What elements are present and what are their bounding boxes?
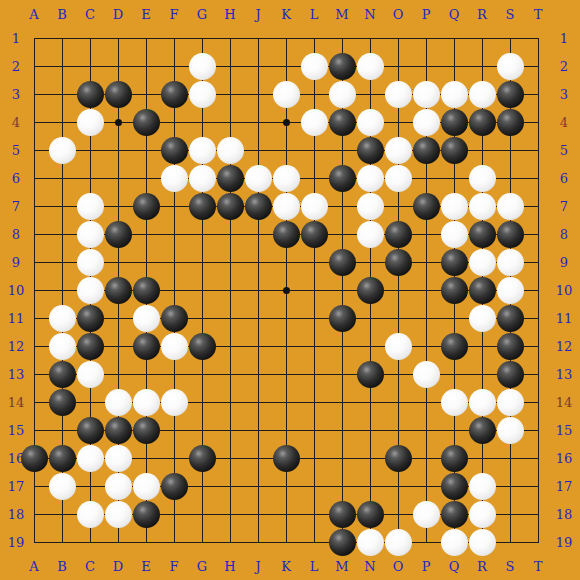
black-stone-O9 bbox=[385, 249, 412, 276]
black-stone-O16 bbox=[385, 445, 412, 472]
white-stone-P13 bbox=[413, 361, 440, 388]
white-stone-Q19 bbox=[441, 529, 468, 556]
black-stone-M2 bbox=[329, 53, 356, 80]
white-stone-C16 bbox=[77, 445, 104, 472]
row-label-right-8: 8 bbox=[560, 228, 568, 241]
star-point-D4 bbox=[115, 119, 122, 126]
black-stone-Q5 bbox=[441, 137, 468, 164]
black-stone-M18 bbox=[329, 501, 356, 528]
black-stone-C12 bbox=[77, 333, 104, 360]
black-stone-Q18 bbox=[441, 501, 468, 528]
column-label-top-Q: Q bbox=[449, 8, 460, 21]
column-label-top-D: D bbox=[113, 8, 123, 21]
black-stone-M9 bbox=[329, 249, 356, 276]
black-stone-M4 bbox=[329, 109, 356, 136]
white-stone-K6 bbox=[273, 165, 300, 192]
row-label-right-14: 14 bbox=[556, 396, 573, 409]
white-stone-Q7 bbox=[441, 193, 468, 220]
black-stone-H6 bbox=[217, 165, 244, 192]
white-stone-R9 bbox=[469, 249, 496, 276]
black-stone-R8 bbox=[469, 221, 496, 248]
white-stone-G5 bbox=[189, 137, 216, 164]
black-stone-Q10 bbox=[441, 277, 468, 304]
black-stone-N13 bbox=[357, 361, 384, 388]
column-label-bottom-G: G bbox=[197, 560, 207, 573]
black-stone-F11 bbox=[161, 305, 188, 332]
black-stone-D10 bbox=[105, 277, 132, 304]
row-label-left-12: 12 bbox=[8, 340, 25, 353]
row-label-left-19: 19 bbox=[8, 536, 25, 549]
black-stone-Q12 bbox=[441, 333, 468, 360]
black-stone-P5 bbox=[413, 137, 440, 164]
star-point-K4 bbox=[283, 119, 290, 126]
row-label-right-10: 10 bbox=[556, 284, 573, 297]
black-stone-Q4 bbox=[441, 109, 468, 136]
white-stone-O5 bbox=[385, 137, 412, 164]
white-stone-P3 bbox=[413, 81, 440, 108]
row-label-right-5: 5 bbox=[560, 144, 568, 157]
column-label-top-F: F bbox=[169, 8, 178, 21]
black-stone-C11 bbox=[77, 305, 104, 332]
white-stone-S2 bbox=[497, 53, 524, 80]
black-stone-H7 bbox=[217, 193, 244, 220]
black-stone-F17 bbox=[161, 473, 188, 500]
row-label-left-13: 13 bbox=[8, 368, 25, 381]
white-stone-O3 bbox=[385, 81, 412, 108]
row-label-right-16: 16 bbox=[556, 452, 573, 465]
black-stone-E4 bbox=[133, 109, 160, 136]
row-label-right-12: 12 bbox=[556, 340, 573, 353]
column-label-bottom-H: H bbox=[224, 560, 235, 573]
column-label-top-P: P bbox=[422, 8, 431, 21]
white-stone-C18 bbox=[77, 501, 104, 528]
white-stone-C9 bbox=[77, 249, 104, 276]
white-stone-R11 bbox=[469, 305, 496, 332]
white-stone-O6 bbox=[385, 165, 412, 192]
white-stone-O19 bbox=[385, 529, 412, 556]
white-stone-P18 bbox=[413, 501, 440, 528]
row-label-right-19: 19 bbox=[556, 536, 573, 549]
white-stone-N4 bbox=[357, 109, 384, 136]
black-stone-S4 bbox=[497, 109, 524, 136]
black-stone-S13 bbox=[497, 361, 524, 388]
black-stone-P7 bbox=[413, 193, 440, 220]
row-label-left-15: 15 bbox=[8, 424, 25, 437]
black-stone-Q9 bbox=[441, 249, 468, 276]
row-label-right-17: 17 bbox=[556, 480, 573, 493]
black-stone-O8 bbox=[385, 221, 412, 248]
row-label-left-2: 2 bbox=[12, 60, 20, 73]
white-stone-E17 bbox=[133, 473, 160, 500]
white-stone-N7 bbox=[357, 193, 384, 220]
black-stone-B13 bbox=[49, 361, 76, 388]
column-label-bottom-F: F bbox=[169, 560, 178, 573]
black-stone-E7 bbox=[133, 193, 160, 220]
column-label-top-L: L bbox=[310, 8, 319, 21]
black-stone-R15 bbox=[469, 417, 496, 444]
black-stone-B14 bbox=[49, 389, 76, 416]
white-stone-Q8 bbox=[441, 221, 468, 248]
white-stone-N2 bbox=[357, 53, 384, 80]
row-label-right-3: 3 bbox=[560, 88, 568, 101]
column-label-bottom-L: L bbox=[310, 560, 319, 573]
white-stone-R14 bbox=[469, 389, 496, 416]
black-stone-K16 bbox=[273, 445, 300, 472]
white-stone-F14 bbox=[161, 389, 188, 416]
column-label-top-T: T bbox=[534, 8, 543, 21]
black-stone-G7 bbox=[189, 193, 216, 220]
white-stone-B17 bbox=[49, 473, 76, 500]
row-label-right-11: 11 bbox=[556, 312, 573, 325]
row-label-left-6: 6 bbox=[12, 172, 20, 185]
white-stone-N8 bbox=[357, 221, 384, 248]
column-label-top-M: M bbox=[335, 8, 348, 21]
row-label-left-3: 3 bbox=[12, 88, 20, 101]
white-stone-G3 bbox=[189, 81, 216, 108]
white-stone-Q3 bbox=[441, 81, 468, 108]
white-stone-J6 bbox=[245, 165, 272, 192]
black-stone-S3 bbox=[497, 81, 524, 108]
row-label-left-7: 7 bbox=[12, 200, 20, 213]
black-stone-J7 bbox=[245, 193, 272, 220]
row-label-left-4: 4 bbox=[12, 116, 20, 129]
column-label-top-G: G bbox=[197, 8, 207, 21]
white-stone-D17 bbox=[105, 473, 132, 500]
black-stone-M6 bbox=[329, 165, 356, 192]
white-stone-Q14 bbox=[441, 389, 468, 416]
column-label-bottom-M: M bbox=[335, 560, 348, 573]
white-stone-R18 bbox=[469, 501, 496, 528]
row-label-left-8: 8 bbox=[12, 228, 20, 241]
column-label-bottom-E: E bbox=[141, 560, 151, 573]
row-label-right-9: 9 bbox=[560, 256, 568, 269]
row-label-right-2: 2 bbox=[560, 60, 568, 73]
white-stone-L2 bbox=[301, 53, 328, 80]
column-label-bottom-P: P bbox=[422, 560, 431, 573]
white-stone-L4 bbox=[301, 109, 328, 136]
white-stone-S15 bbox=[497, 417, 524, 444]
black-stone-E15 bbox=[133, 417, 160, 444]
black-stone-D15 bbox=[105, 417, 132, 444]
white-stone-R3 bbox=[469, 81, 496, 108]
row-label-right-15: 15 bbox=[556, 424, 573, 437]
black-stone-Q17 bbox=[441, 473, 468, 500]
column-label-top-S: S bbox=[506, 8, 515, 21]
black-stone-D8 bbox=[105, 221, 132, 248]
black-stone-R4 bbox=[469, 109, 496, 136]
row-label-left-18: 18 bbox=[8, 508, 25, 521]
row-label-left-10: 10 bbox=[8, 284, 25, 297]
row-label-left-14: 14 bbox=[8, 396, 25, 409]
black-stone-L8 bbox=[301, 221, 328, 248]
black-stone-C3 bbox=[77, 81, 104, 108]
black-stone-E10 bbox=[133, 277, 160, 304]
white-stone-C4 bbox=[77, 109, 104, 136]
row-label-right-7: 7 bbox=[560, 200, 568, 213]
black-stone-A16 bbox=[21, 445, 48, 472]
white-stone-B11 bbox=[49, 305, 76, 332]
white-stone-S10 bbox=[497, 277, 524, 304]
column-label-bottom-T: T bbox=[534, 560, 543, 573]
white-stone-K3 bbox=[273, 81, 300, 108]
column-label-top-E: E bbox=[141, 8, 151, 21]
white-stone-G6 bbox=[189, 165, 216, 192]
black-stone-S11 bbox=[497, 305, 524, 332]
white-stone-F6 bbox=[161, 165, 188, 192]
column-label-top-R: R bbox=[477, 8, 487, 21]
white-stone-D16 bbox=[105, 445, 132, 472]
white-stone-P4 bbox=[413, 109, 440, 136]
white-stone-F12 bbox=[161, 333, 188, 360]
row-label-right-13: 13 bbox=[556, 368, 573, 381]
white-stone-M3 bbox=[329, 81, 356, 108]
white-stone-G2 bbox=[189, 53, 216, 80]
white-stone-B5 bbox=[49, 137, 76, 164]
column-label-bottom-R: R bbox=[477, 560, 487, 573]
column-label-top-B: B bbox=[57, 8, 67, 21]
row-label-left-1: 1 bbox=[12, 32, 20, 45]
white-stone-L7 bbox=[301, 193, 328, 220]
white-stone-C7 bbox=[77, 193, 104, 220]
column-label-bottom-Q: Q bbox=[449, 560, 460, 573]
column-label-top-C: C bbox=[85, 8, 95, 21]
white-stone-C13 bbox=[77, 361, 104, 388]
row-label-right-6: 6 bbox=[560, 172, 568, 185]
white-stone-E11 bbox=[133, 305, 160, 332]
black-stone-S12 bbox=[497, 333, 524, 360]
black-stone-B16 bbox=[49, 445, 76, 472]
black-stone-Q16 bbox=[441, 445, 468, 472]
column-label-bottom-O: O bbox=[393, 560, 404, 573]
black-stone-E12 bbox=[133, 333, 160, 360]
row-label-right-1: 1 bbox=[560, 32, 568, 45]
white-stone-N6 bbox=[357, 165, 384, 192]
go-board: ABCDEFGHJKLMNOPQRST ABCDEFGHJKLMNOPQRST … bbox=[0, 0, 580, 580]
row-label-left-11: 11 bbox=[8, 312, 25, 325]
column-label-top-J: J bbox=[255, 8, 260, 21]
white-stone-N19 bbox=[357, 529, 384, 556]
black-stone-M11 bbox=[329, 305, 356, 332]
board-grid[interactable] bbox=[34, 38, 539, 543]
white-stone-S7 bbox=[497, 193, 524, 220]
white-stone-C10 bbox=[77, 277, 104, 304]
star-point-K10 bbox=[283, 287, 290, 294]
black-stone-F5 bbox=[161, 137, 188, 164]
column-label-top-O: O bbox=[393, 8, 404, 21]
white-stone-D18 bbox=[105, 501, 132, 528]
black-stone-E18 bbox=[133, 501, 160, 528]
black-stone-G12 bbox=[189, 333, 216, 360]
black-stone-N18 bbox=[357, 501, 384, 528]
column-label-top-A: A bbox=[29, 8, 38, 21]
column-label-bottom-C: C bbox=[85, 560, 95, 573]
column-label-top-K: K bbox=[281, 8, 291, 21]
column-label-bottom-B: B bbox=[57, 560, 67, 573]
column-label-bottom-S: S bbox=[506, 560, 515, 573]
white-stone-K7 bbox=[273, 193, 300, 220]
white-stone-H5 bbox=[217, 137, 244, 164]
black-stone-D3 bbox=[105, 81, 132, 108]
column-label-bottom-A: A bbox=[29, 560, 38, 573]
white-stone-S14 bbox=[497, 389, 524, 416]
black-stone-M19 bbox=[329, 529, 356, 556]
white-stone-R6 bbox=[469, 165, 496, 192]
white-stone-R19 bbox=[469, 529, 496, 556]
white-stone-S9 bbox=[497, 249, 524, 276]
row-label-left-9: 9 bbox=[12, 256, 20, 269]
row-label-left-17: 17 bbox=[8, 480, 25, 493]
black-stone-F3 bbox=[161, 81, 188, 108]
row-label-right-4: 4 bbox=[560, 116, 568, 129]
black-stone-N10 bbox=[357, 277, 384, 304]
black-stone-G16 bbox=[189, 445, 216, 472]
column-label-top-N: N bbox=[364, 8, 375, 21]
black-stone-K8 bbox=[273, 221, 300, 248]
black-stone-R10 bbox=[469, 277, 496, 304]
column-label-bottom-D: D bbox=[113, 560, 123, 573]
white-stone-E14 bbox=[133, 389, 160, 416]
column-label-bottom-J: J bbox=[255, 560, 260, 573]
column-label-bottom-N: N bbox=[364, 560, 375, 573]
row-label-right-18: 18 bbox=[556, 508, 573, 521]
column-label-top-H: H bbox=[224, 8, 235, 21]
white-stone-C8 bbox=[77, 221, 104, 248]
black-stone-N5 bbox=[357, 137, 384, 164]
black-stone-C15 bbox=[77, 417, 104, 444]
white-stone-O12 bbox=[385, 333, 412, 360]
white-stone-B12 bbox=[49, 333, 76, 360]
column-label-bottom-K: K bbox=[281, 560, 291, 573]
row-label-left-5: 5 bbox=[12, 144, 20, 157]
white-stone-D14 bbox=[105, 389, 132, 416]
white-stone-R17 bbox=[469, 473, 496, 500]
white-stone-R7 bbox=[469, 193, 496, 220]
black-stone-S8 bbox=[497, 221, 524, 248]
